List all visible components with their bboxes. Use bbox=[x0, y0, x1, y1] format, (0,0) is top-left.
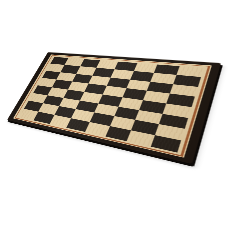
chess-board bbox=[7, 52, 221, 164]
product-photo-stage bbox=[0, 0, 228, 228]
